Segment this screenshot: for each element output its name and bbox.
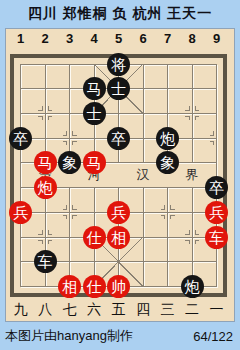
file-number-top: 9 (206, 31, 228, 46)
piece-black-horse: 马 (83, 77, 106, 100)
file-number-bottom: 二 (180, 301, 204, 318)
file-number-bottom: 四 (131, 301, 155, 318)
file-number-top: 8 (181, 31, 203, 46)
piece-red-elephant: 相 (107, 226, 130, 249)
piece-black-advisor: 士 (83, 102, 106, 125)
river-label: 汉 (133, 167, 153, 183)
piece-black-general: 将 (107, 53, 130, 76)
footer-bar: 本图片由hanyang制作 64/122 (0, 322, 240, 350)
file-number-top: 5 (108, 31, 130, 46)
piece-black-soldier: 卒 (205, 176, 228, 199)
credit-text: 本图片由hanyang制作 (5, 327, 133, 345)
piece-black-cannon: 炮 (156, 127, 179, 150)
match-title: 四川 郑惟桐 负 杭州 王天一 (0, 0, 240, 28)
piece-red-advisor: 仕 (83, 275, 106, 298)
piece-black-soldier: 卒 (107, 127, 130, 150)
file-number-bottom: 六 (82, 301, 106, 318)
piece-black-soldier: 卒 (9, 127, 32, 150)
piece-red-soldier: 兵 (107, 201, 130, 224)
piece-black-chariot: 车 (34, 250, 57, 273)
piece-red-elephant: 相 (58, 275, 81, 298)
file-number-bottom: 三 (156, 301, 180, 318)
file-number-bottom: 五 (107, 301, 131, 318)
piece-red-general: 帅 (107, 275, 130, 298)
file-number-bottom: 七 (58, 301, 82, 318)
file-number-bottom: 八 (33, 301, 57, 318)
file-number-top: 2 (34, 31, 56, 46)
piece-black-cannon: 炮 (181, 275, 204, 298)
file-number-top: 6 (132, 31, 154, 46)
file-number-top: 1 (10, 31, 32, 46)
piece-red-soldier: 兵 (205, 201, 228, 224)
file-number-top: 3 (59, 31, 81, 46)
file-number-bottom: 一 (205, 301, 229, 318)
file-number-top: 4 (83, 31, 105, 46)
file-number-top: 7 (157, 31, 179, 46)
piece-red-advisor: 仕 (83, 226, 106, 249)
move-counter: 64/122 (193, 329, 233, 344)
file-number-bottom: 九 (9, 301, 33, 318)
piece-red-cannon: 炮 (34, 176, 57, 199)
river-label: 界 (182, 167, 202, 183)
piece-red-chariot: 车 (205, 226, 228, 249)
xiangqi-game-viewer: 四川 郑惟桐 负 杭州 王天一 本图片由hanyang制作 64/122 123… (0, 0, 240, 350)
piece-red-soldier: 兵 (9, 201, 32, 224)
piece-red-horse: 马 (34, 151, 57, 174)
piece-red-horse: 马 (83, 151, 106, 174)
